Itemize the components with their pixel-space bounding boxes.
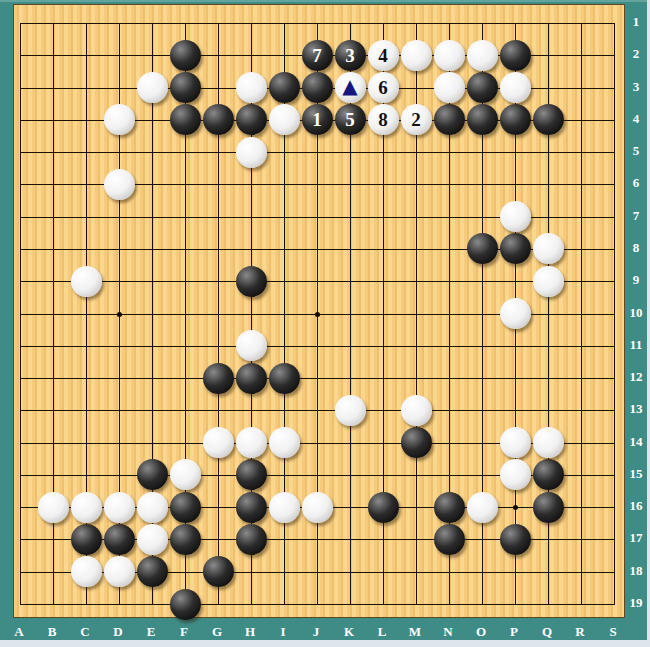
black-stone-H4: [236, 104, 267, 135]
column-label-P: P: [505, 624, 523, 640]
white-stone-D18: [104, 556, 135, 587]
black-stone-P2: [500, 40, 531, 71]
black-stone-F2: [170, 40, 201, 71]
white-stone-J16: [302, 492, 333, 523]
row-label-15: 15: [626, 466, 646, 482]
column-label-D: D: [109, 624, 127, 640]
grid-line-vertical: [614, 23, 615, 605]
white-stone-O2: [467, 40, 498, 71]
column-label-L: L: [373, 624, 391, 640]
column-label-R: R: [571, 624, 589, 640]
black-stone-F19: [170, 589, 201, 620]
black-stone-Q4: [533, 104, 564, 135]
black-stone-F3: [170, 72, 201, 103]
black-stone-I3: [269, 72, 300, 103]
black-stone-O4: [467, 104, 498, 135]
star-point-D10: [117, 312, 122, 317]
column-label-S: S: [604, 624, 622, 640]
white-stone-M13: [401, 395, 432, 426]
column-label-C: C: [76, 624, 94, 640]
white-stone-I16: [269, 492, 300, 523]
black-stone-C17: [71, 524, 102, 555]
black-stone-J2: 7: [302, 40, 333, 71]
black-stone-H15: [236, 459, 267, 490]
column-label-H: H: [241, 624, 259, 640]
black-stone-E15: [137, 459, 168, 490]
black-stone-M14: [401, 427, 432, 458]
window-bottom-edge: [0, 640, 650, 647]
white-stone-C9: [71, 266, 102, 297]
move-number-4: 4: [368, 40, 399, 71]
row-label-19: 19: [626, 595, 646, 611]
black-stone-K2: 3: [335, 40, 366, 71]
column-label-O: O: [472, 624, 490, 640]
black-stone-N16: [434, 492, 465, 523]
black-stone-D17: [104, 524, 135, 555]
white-stone-L2: 4: [368, 40, 399, 71]
column-label-J: J: [307, 624, 325, 640]
black-stone-J3: [302, 72, 333, 103]
black-stone-I12: [269, 363, 300, 394]
black-stone-O3: [467, 72, 498, 103]
black-stone-F17: [170, 524, 201, 555]
black-stone-P17: [500, 524, 531, 555]
white-stone-Q9: [533, 266, 564, 297]
white-stone-E3: [137, 72, 168, 103]
white-stone-F15: [170, 459, 201, 490]
white-stone-P14: [500, 427, 531, 458]
black-stone-H12: [236, 363, 267, 394]
white-stone-N3: [434, 72, 465, 103]
row-label-18: 18: [626, 563, 646, 579]
row-label-16: 16: [626, 498, 646, 514]
row-label-12: 12: [626, 369, 646, 385]
black-stone-F16: [170, 492, 201, 523]
row-label-4: 4: [626, 111, 646, 127]
black-stone-Q15: [533, 459, 564, 490]
white-stone-H3: [236, 72, 267, 103]
move-number-3: 3: [335, 40, 366, 71]
white-stone-Q8: [533, 233, 564, 264]
grid-line-vertical: [581, 23, 582, 605]
white-stone-C18: [71, 556, 102, 587]
star-point-J10: [315, 312, 320, 317]
white-stone-O16: [467, 492, 498, 523]
star-point-P16: [513, 505, 518, 510]
column-label-I: I: [274, 624, 292, 640]
window-top-edge: [0, 0, 650, 2]
column-label-E: E: [142, 624, 160, 640]
column-label-G: G: [208, 624, 226, 640]
row-label-13: 13: [626, 401, 646, 417]
row-label-17: 17: [626, 530, 646, 546]
white-stone-L4: 8: [368, 104, 399, 135]
column-label-F: F: [175, 624, 193, 640]
column-label-A: A: [10, 624, 28, 640]
column-label-M: M: [406, 624, 424, 640]
move-number-1: 1: [302, 104, 333, 135]
move-number-7: 7: [302, 40, 333, 71]
white-stone-P7: [500, 201, 531, 232]
white-stone-D6: [104, 169, 135, 200]
white-stone-B16: [38, 492, 69, 523]
goban[interactable]: 73154▲682: [13, 4, 625, 618]
move-number-5: 5: [335, 104, 366, 135]
white-stone-H14: [236, 427, 267, 458]
black-stone-L16: [368, 492, 399, 523]
go-diagram-window: 73154▲682 ABCDEFGHIJKLMNOPQRS 1234567891…: [0, 0, 650, 647]
black-stone-O8: [467, 233, 498, 264]
black-stone-N17: [434, 524, 465, 555]
row-label-10: 10: [626, 305, 646, 321]
column-label-K: K: [340, 624, 358, 640]
row-label-1: 1: [626, 14, 646, 30]
black-stone-P4: [500, 104, 531, 135]
black-stone-F4: [170, 104, 201, 135]
white-stone-G14: [203, 427, 234, 458]
white-stone-L3: 6: [368, 72, 399, 103]
grid-line-horizontal: [20, 346, 615, 347]
row-label-5: 5: [626, 143, 646, 159]
grid-line-horizontal: [20, 410, 615, 411]
white-stone-I4: [269, 104, 300, 135]
white-stone-H5: [236, 137, 267, 168]
white-stone-I14: [269, 427, 300, 458]
white-stone-D16: [104, 492, 135, 523]
row-label-11: 11: [626, 337, 646, 353]
black-stone-G4: [203, 104, 234, 135]
black-stone-G12: [203, 363, 234, 394]
black-stone-Q16: [533, 492, 564, 523]
white-stone-E16: [137, 492, 168, 523]
black-stone-H16: [236, 492, 267, 523]
white-stone-P10: [500, 298, 531, 329]
row-label-8: 8: [626, 240, 646, 256]
white-stone-D4: [104, 104, 135, 135]
triangle-marker: ▲: [335, 71, 366, 102]
white-stone-K13: [335, 395, 366, 426]
white-stone-H11: [236, 330, 267, 361]
white-stone-Q14: [533, 427, 564, 458]
white-stone-P3: [500, 72, 531, 103]
row-label-6: 6: [626, 175, 646, 191]
column-label-B: B: [43, 624, 61, 640]
white-stone-M2: [401, 40, 432, 71]
move-number-2: 2: [401, 104, 432, 135]
black-stone-E18: [137, 556, 168, 587]
move-number-6: 6: [368, 72, 399, 103]
black-stone-G18: [203, 556, 234, 587]
column-label-N: N: [439, 624, 457, 640]
column-label-Q: Q: [538, 624, 556, 640]
white-stone-K3: ▲: [335, 72, 366, 103]
white-stone-N2: [434, 40, 465, 71]
white-stone-P15: [500, 459, 531, 490]
white-stone-M4: 2: [401, 104, 432, 135]
grid-line-horizontal: [20, 378, 615, 379]
black-stone-P8: [500, 233, 531, 264]
grid-line-horizontal: [20, 604, 615, 605]
black-stone-K4: 5: [335, 104, 366, 135]
row-label-9: 9: [626, 272, 646, 288]
row-label-2: 2: [626, 46, 646, 62]
white-stone-E17: [137, 524, 168, 555]
row-label-14: 14: [626, 434, 646, 450]
black-stone-J4: 1: [302, 104, 333, 135]
black-stone-N4: [434, 104, 465, 135]
white-stone-C16: [71, 492, 102, 523]
black-stone-H17: [236, 524, 267, 555]
row-label-7: 7: [626, 208, 646, 224]
row-label-3: 3: [626, 79, 646, 95]
move-number-8: 8: [368, 104, 399, 135]
black-stone-H9: [236, 266, 267, 297]
